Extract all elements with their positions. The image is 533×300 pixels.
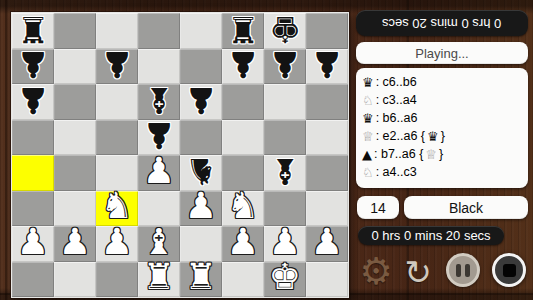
square-a1[interactable] xyxy=(12,262,54,298)
white-pawn[interactable]: ♟ xyxy=(59,224,91,260)
black-pawn[interactable]: ♟ xyxy=(311,46,343,82)
square-f6[interactable] xyxy=(222,84,264,120)
square-e7[interactable] xyxy=(180,49,222,85)
square-b1[interactable] xyxy=(54,262,96,298)
square-h7[interactable]: ♟ xyxy=(306,49,348,85)
status-button[interactable]: Playing... xyxy=(356,42,528,64)
black-queen-icon: ♛ xyxy=(362,112,374,125)
black-pawn[interactable]: ♟ xyxy=(269,46,301,82)
app-window: ♜♜♚♟♟♟♟♟♟♝♟♟♟♞♝♞♟♞♟♟♟♝♟♟♟♜♜♚ 0 hrs 0 min… xyxy=(0,0,533,300)
white-rook[interactable]: ♜ xyxy=(143,259,175,295)
square-b7[interactable] xyxy=(54,49,96,85)
move-text: : e2..a6 { xyxy=(376,129,425,143)
circular-arrow-icon: ↻ xyxy=(404,256,432,289)
settings-button[interactable]: ⚙ xyxy=(357,252,395,290)
move-entry: ♕: e2..a6 {♛} xyxy=(362,127,522,145)
move-number-label: 14 xyxy=(370,200,386,216)
square-f7[interactable]: ♟ xyxy=(222,49,264,85)
square-g7[interactable]: ♟ xyxy=(264,49,306,85)
turn-label: Black xyxy=(449,200,483,216)
white-queen-icon: ♕ xyxy=(362,130,374,143)
white-pawn[interactable]: ♟ xyxy=(185,188,217,224)
square-e8[interactable] xyxy=(180,13,222,49)
black-pawn-icon: ▲ xyxy=(362,148,372,161)
captured-black-queen-icon: ♛ xyxy=(427,130,439,143)
bottom-player-clock: 0 hrs 0 mins 20 secs xyxy=(358,226,504,245)
move-text: } xyxy=(439,147,443,161)
square-c1[interactable] xyxy=(96,262,138,298)
square-a2[interactable]: ♟ xyxy=(12,226,54,262)
stop-icon xyxy=(503,264,516,277)
black-bishop[interactable]: ♝ xyxy=(143,82,175,118)
white-pawn[interactable]: ♟ xyxy=(17,224,49,260)
chess-board: ♜♜♚♟♟♟♟♟♟♝♟♟♟♞♝♞♟♞♟♟♟♝♟♟♟♜♜♚ xyxy=(11,12,349,298)
stop-button[interactable] xyxy=(492,253,526,287)
black-rook[interactable]: ♜ xyxy=(17,11,49,47)
square-c5[interactable] xyxy=(96,120,138,156)
square-h2[interactable]: ♟ xyxy=(306,226,348,262)
white-rook[interactable]: ♜ xyxy=(185,259,217,295)
square-a7[interactable]: ♟ xyxy=(12,49,54,85)
square-b4[interactable] xyxy=(54,155,96,191)
white-pawn[interactable]: ♟ xyxy=(311,224,343,260)
square-e1[interactable]: ♜ xyxy=(180,262,222,298)
square-e3[interactable]: ♟ xyxy=(180,191,222,227)
wood-seam xyxy=(5,0,7,300)
move-text: : b7..a6 { xyxy=(374,147,423,161)
square-g5[interactable] xyxy=(264,120,306,156)
black-king[interactable]: ♚ xyxy=(269,11,301,47)
undo-button[interactable]: ↻ xyxy=(400,254,436,290)
square-a6[interactable]: ♟ xyxy=(12,84,54,120)
move-entry: ♘: a4..c3 xyxy=(362,163,522,181)
move-number-button[interactable]: 14 xyxy=(357,196,399,219)
move-text: : b6..a6 xyxy=(376,111,418,125)
square-h1[interactable] xyxy=(306,262,348,298)
square-b8[interactable] xyxy=(54,13,96,49)
black-bishop[interactable]: ♝ xyxy=(269,153,301,189)
captured-white-queen-icon: ♕ xyxy=(425,148,437,161)
square-c2[interactable]: ♟ xyxy=(96,226,138,262)
black-pawn[interactable]: ♟ xyxy=(143,117,175,153)
white-pawn[interactable]: ♟ xyxy=(227,224,259,260)
square-b6[interactable] xyxy=(54,84,96,120)
black-pawn[interactable]: ♟ xyxy=(17,46,49,82)
black-knight[interactable]: ♞ xyxy=(185,153,217,189)
square-d1[interactable]: ♜ xyxy=(138,262,180,298)
square-f1[interactable] xyxy=(222,262,264,298)
move-history-panel: ♛: c6..b6 ♘: c3..a4 ♛: b6..a6 ♕: e2..a6 … xyxy=(356,68,528,188)
white-bishop[interactable]: ♝ xyxy=(143,224,175,260)
bottom-player-clock-text: 0 hrs 0 mins 20 secs xyxy=(371,228,490,243)
white-knight[interactable]: ♞ xyxy=(101,188,133,224)
square-f2[interactable]: ♟ xyxy=(222,226,264,262)
pause-icon xyxy=(456,264,461,277)
square-d8[interactable] xyxy=(138,13,180,49)
black-pawn[interactable]: ♟ xyxy=(101,46,133,82)
white-pawn[interactable]: ♟ xyxy=(143,153,175,189)
square-e6[interactable]: ♟ xyxy=(180,84,222,120)
pause-button[interactable] xyxy=(446,253,480,287)
square-d4[interactable]: ♟ xyxy=(138,155,180,191)
sidebar: 0 hrs 0 mins 20 secs Playing... ♛: c6..b… xyxy=(356,0,530,300)
square-g6[interactable] xyxy=(264,84,306,120)
black-pawn[interactable]: ♟ xyxy=(17,82,49,118)
white-pawn[interactable]: ♟ xyxy=(101,224,133,260)
white-knight-icon: ♘ xyxy=(362,166,374,179)
gear-icon: ⚙ xyxy=(359,253,392,290)
square-d7[interactable] xyxy=(138,49,180,85)
square-a5[interactable] xyxy=(12,120,54,156)
square-e5[interactable] xyxy=(180,120,222,156)
square-b2[interactable]: ♟ xyxy=(54,226,96,262)
top-player-clock: 0 hrs 0 mins 20 secs xyxy=(356,10,528,36)
move-text: : c3..a4 xyxy=(376,93,417,107)
square-g4[interactable]: ♝ xyxy=(264,155,306,191)
square-c7[interactable]: ♟ xyxy=(96,49,138,85)
status-button-label: Playing... xyxy=(415,46,468,61)
move-entry: ♘: c3..a4 xyxy=(362,91,522,109)
move-text: : a4..c3 xyxy=(376,165,417,179)
black-pawn[interactable]: ♟ xyxy=(227,46,259,82)
square-a4[interactable] xyxy=(12,155,54,191)
black-queen-icon: ♛ xyxy=(362,76,374,89)
square-h5[interactable] xyxy=(306,120,348,156)
controls-row: ⚙ ↻ xyxy=(356,250,530,294)
square-g1[interactable]: ♚ xyxy=(264,262,306,298)
square-c6[interactable] xyxy=(96,84,138,120)
move-entry: ▲: b7..a6 {♕} xyxy=(362,145,522,163)
turn-indicator-button[interactable]: Black xyxy=(404,196,528,219)
white-king[interactable]: ♚ xyxy=(269,259,301,295)
black-rook[interactable]: ♜ xyxy=(227,11,259,47)
move-entry: ♛: b6..a6 xyxy=(362,109,522,127)
square-h4[interactable] xyxy=(306,155,348,191)
move-text: : c6..b6 xyxy=(376,75,417,89)
white-knight-icon: ♘ xyxy=(362,94,374,107)
white-pawn[interactable]: ♟ xyxy=(269,224,301,260)
move-text: } xyxy=(441,129,445,143)
square-h6[interactable] xyxy=(306,84,348,120)
black-pawn[interactable]: ♟ xyxy=(185,82,217,118)
square-b5[interactable] xyxy=(54,120,96,156)
white-knight[interactable]: ♞ xyxy=(227,188,259,224)
square-f5[interactable] xyxy=(222,120,264,156)
move-entry: ♛: c6..b6 xyxy=(362,73,522,91)
pause-icon xyxy=(465,264,470,277)
top-player-clock-text: 0 hrs 0 mins 20 secs xyxy=(382,16,501,31)
